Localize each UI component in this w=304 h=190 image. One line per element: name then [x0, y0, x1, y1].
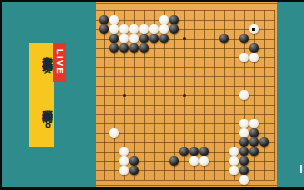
frame-edge-top — [0, 0, 304, 2]
white-stone — [229, 147, 239, 157]
grid-line-horizontal — [96, 67, 275, 68]
live-badge: LIVE — [53, 43, 66, 82]
grid-line-horizontal — [96, 114, 275, 115]
white-stone — [129, 24, 139, 34]
black-stone — [159, 34, 169, 44]
white-stone — [249, 24, 259, 34]
white-stone — [119, 147, 129, 157]
white-stone — [249, 53, 259, 63]
black-stone — [249, 147, 259, 157]
black-stone — [199, 147, 209, 157]
black-stone — [249, 43, 259, 53]
black-stone — [169, 156, 179, 166]
white-stone — [239, 90, 249, 100]
white-stone — [119, 156, 129, 166]
black-stone — [119, 43, 129, 53]
star-point — [183, 94, 186, 97]
black-stone — [239, 166, 249, 176]
frame-edge-bottom — [0, 187, 304, 190]
black-stone — [149, 34, 159, 44]
white-stone — [249, 119, 259, 129]
black-stone — [249, 128, 259, 138]
black-stone — [129, 166, 139, 176]
black-stone — [139, 34, 149, 44]
board-rim-bottom — [96, 185, 277, 186]
white-stone — [239, 53, 249, 63]
black-stone — [99, 24, 109, 34]
event-banner: 交流群棋友比赛 精彩瞬间 8 — [29, 43, 54, 147]
white-stone — [239, 119, 249, 129]
edge-artifact-mark — [300, 165, 302, 173]
white-stone — [149, 24, 159, 34]
white-stone — [119, 24, 129, 34]
star-point — [123, 94, 126, 97]
black-stone — [189, 147, 199, 157]
black-stone — [239, 34, 249, 44]
white-stone — [109, 15, 119, 25]
frame-edge-left — [0, 0, 2, 190]
star-point — [183, 37, 186, 40]
black-stone — [109, 43, 119, 53]
last-move-marker — [252, 28, 255, 31]
black-stone — [169, 24, 179, 34]
white-stone — [239, 128, 249, 138]
white-stone — [239, 175, 249, 185]
white-stone — [109, 128, 119, 138]
white-stone — [229, 156, 239, 166]
black-stone — [249, 137, 259, 147]
white-stone — [139, 24, 149, 34]
black-stone — [239, 156, 249, 166]
grid-line-horizontal — [96, 10, 275, 11]
live-badge-label: LIVE — [55, 49, 65, 75]
white-stone — [109, 24, 119, 34]
board-rim-top — [96, 3, 277, 4]
grid-line-horizontal — [96, 105, 275, 106]
grid-line-horizontal — [96, 86, 275, 87]
black-stone — [169, 15, 179, 25]
go-board[interactable] — [96, 2, 277, 187]
white-stone — [129, 34, 139, 44]
white-stone — [229, 166, 239, 176]
black-stone — [129, 43, 139, 53]
black-stone — [129, 156, 139, 166]
grid-line-horizontal — [96, 20, 275, 21]
black-stone — [109, 34, 119, 44]
black-stone — [239, 147, 249, 157]
white-stone — [199, 156, 209, 166]
grid-line-horizontal — [96, 76, 275, 77]
black-stone — [139, 43, 149, 53]
white-stone — [159, 15, 169, 25]
white-stone — [189, 156, 199, 166]
black-stone — [239, 137, 249, 147]
white-stone — [119, 34, 129, 44]
black-stone — [99, 15, 109, 25]
black-stone — [179, 147, 189, 157]
white-stone — [159, 24, 169, 34]
white-stone — [119, 166, 129, 176]
black-stone — [219, 34, 229, 44]
black-stone — [259, 137, 269, 147]
video-frame: 交流群棋友比赛 精彩瞬间 8 LIVE — [0, 0, 304, 190]
